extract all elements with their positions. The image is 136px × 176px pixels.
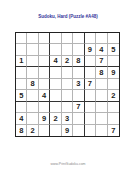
cell-r6c3: 4 (39, 90, 50, 101)
cell-r4c7 (85, 67, 96, 78)
cell-r8c2 (27, 113, 38, 124)
cell-r9c5: 9 (62, 125, 73, 136)
cell-r4c8: 8 (96, 67, 107, 78)
cell-r7c9 (108, 102, 119, 113)
cell-r7c7 (85, 102, 96, 113)
cell-r5c5 (62, 79, 73, 90)
cell-r8c1: 4 (16, 113, 27, 124)
cell-r6c4 (50, 90, 61, 101)
sudoku-board: 9451428789837542749238297 (15, 32, 120, 137)
cell-r3c4: 4 (50, 56, 61, 67)
cell-r8c6 (73, 113, 84, 124)
cell-r5c7: 7 (85, 79, 96, 90)
cell-r4c4 (50, 67, 61, 78)
cell-r4c5 (62, 67, 73, 78)
cell-r4c2 (27, 67, 38, 78)
cell-r5c4 (50, 79, 61, 90)
cell-r4c3 (39, 67, 50, 78)
cell-r1c5 (62, 33, 73, 44)
cell-r5c2: 8 (27, 79, 38, 90)
cell-r8c7 (85, 113, 96, 124)
cell-r2c5 (62, 44, 73, 55)
cell-r3c2 (27, 56, 38, 67)
cell-r3c5: 2 (62, 56, 73, 67)
cell-r1c2 (27, 33, 38, 44)
cell-r2c7: 9 (85, 44, 96, 55)
cell-r2c4 (50, 44, 61, 55)
cell-r8c3: 9 (39, 113, 50, 124)
cell-r9c6 (73, 125, 84, 136)
cell-r9c2: 2 (27, 125, 38, 136)
footer-url: www.PrintSudoku.com (0, 162, 136, 166)
cell-r7c5 (62, 102, 73, 113)
cell-r9c4 (50, 125, 61, 136)
cell-r2c1 (16, 44, 27, 55)
cell-r5c1 (16, 79, 27, 90)
cell-r1c1 (16, 33, 27, 44)
cell-r2c2 (27, 44, 38, 55)
cell-r2c9: 5 (108, 44, 119, 55)
cell-r2c8: 4 (96, 44, 107, 55)
cell-r1c6 (73, 33, 84, 44)
cell-r6c6 (73, 90, 84, 101)
cell-r5c3 (39, 79, 50, 90)
cell-r9c1: 8 (16, 125, 27, 136)
cell-r5c8 (96, 79, 107, 90)
cell-r8c9 (108, 113, 119, 124)
cell-r4c1 (16, 67, 27, 78)
cell-r9c8 (96, 125, 107, 136)
cell-r6c5 (62, 90, 73, 101)
cell-r3c8: 7 (96, 56, 107, 67)
cell-r1c7 (85, 33, 96, 44)
cell-r7c2 (27, 102, 38, 113)
cell-r7c8 (96, 102, 107, 113)
cell-r9c7 (85, 125, 96, 136)
cell-r6c9: 2 (108, 90, 119, 101)
cell-r1c9 (108, 33, 119, 44)
cell-r3c3 (39, 56, 50, 67)
cell-r9c3 (39, 125, 50, 136)
cell-r6c8 (96, 90, 107, 101)
cell-r3c9 (108, 56, 119, 67)
cell-r1c3 (39, 33, 50, 44)
cell-r7c3 (39, 102, 50, 113)
cell-r5c9 (108, 79, 119, 90)
cell-r6c2 (27, 90, 38, 101)
cell-r9c9: 7 (108, 125, 119, 136)
cell-r3c7 (85, 56, 96, 67)
cell-r8c8 (96, 113, 107, 124)
cell-r2c3 (39, 44, 50, 55)
cell-r7c1 (16, 102, 27, 113)
cell-r2c6 (73, 44, 84, 55)
cell-r3c6: 8 (73, 56, 84, 67)
cell-r1c4 (50, 33, 61, 44)
cell-r3c1: 1 (16, 56, 27, 67)
cell-r6c7 (85, 90, 96, 101)
page-title: Sudoku, Hard (Puzzle #A48) (0, 14, 136, 19)
cell-r7c4 (50, 102, 61, 113)
cell-r4c9: 9 (108, 67, 119, 78)
cell-r6c1: 5 (16, 90, 27, 101)
cell-r4c6 (73, 67, 84, 78)
cell-r8c4: 2 (50, 113, 61, 124)
cell-r1c8 (96, 33, 107, 44)
cell-r7c6: 7 (73, 102, 84, 113)
cell-r8c5: 3 (62, 113, 73, 124)
cell-r5c6: 3 (73, 79, 84, 90)
